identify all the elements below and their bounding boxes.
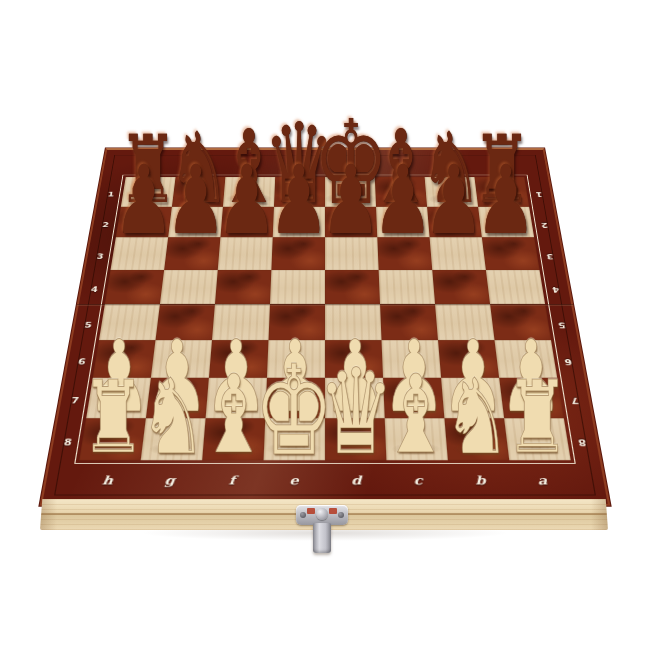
square-a4[interactable] xyxy=(486,270,545,304)
product-photo-stage: 1234567812345678hgfedcba ♜♞♝♛♚♝♞♜♟♟♟♟♟♟♟… xyxy=(0,0,645,645)
square-h4[interactable] xyxy=(105,270,164,304)
rank-label-left-3: 3 xyxy=(96,252,104,259)
square-e4[interactable] xyxy=(270,270,325,304)
piece-dark-pawn-a2[interactable]: ♟ xyxy=(475,153,536,248)
rank-label-left-8: 8 xyxy=(63,437,72,446)
latch-knob xyxy=(316,508,328,520)
piece-light-rook-a8[interactable]: ♜ xyxy=(505,368,570,468)
piece-light-bishop-c8[interactable]: ♝ xyxy=(381,362,451,470)
square-b4[interactable] xyxy=(432,270,490,304)
square-g4[interactable] xyxy=(160,270,218,304)
latch-red-accent-left xyxy=(307,508,315,514)
square-c4[interactable] xyxy=(379,270,435,304)
latch xyxy=(296,503,348,559)
rank-label-right-4: 4 xyxy=(551,286,559,294)
rank-label-right-3: 3 xyxy=(546,252,554,259)
rank-label-right-2: 2 xyxy=(540,221,548,228)
latch-red-accent-right xyxy=(329,508,337,514)
piece-light-rook-h8[interactable]: ♜ xyxy=(80,368,145,468)
rank-label-left-7: 7 xyxy=(71,396,80,405)
square-f4[interactable] xyxy=(215,270,271,304)
rank-label-right-8: 8 xyxy=(577,437,586,446)
piece-light-knight-b8[interactable]: ♞ xyxy=(443,365,510,469)
rank-label-left-4: 4 xyxy=(90,286,98,294)
rank-label-left-2: 2 xyxy=(102,221,110,228)
piece-light-knight-g8[interactable]: ♞ xyxy=(139,365,206,469)
rank-label-right-7: 7 xyxy=(570,396,579,405)
latch-screw-right xyxy=(338,512,344,518)
latch-tab[interactable] xyxy=(313,523,331,553)
square-d4[interactable] xyxy=(325,270,380,304)
latch-screw-left xyxy=(300,512,306,518)
